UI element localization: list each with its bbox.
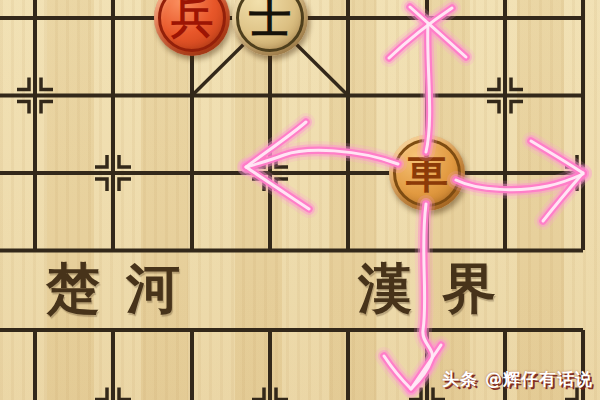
black-advisor-piece[interactable]: 士 (232, 0, 308, 56)
move-arrow-right (456, 141, 583, 221)
red-chariot-piece[interactable]: 車 (389, 135, 465, 211)
piece-glyph: 士 (249, 0, 291, 39)
board-grid (0, 0, 600, 400)
move-arrow-left (246, 122, 398, 209)
xiangqi-board: 楚河 漢界 兵士車 头条 @辉仔有话说 (0, 0, 600, 400)
river-label-left: 楚河 (46, 253, 206, 326)
move-arrow-up (389, 7, 466, 152)
piece-glyph: 兵 (171, 0, 213, 39)
watermark: 头条 @辉仔有话说 (442, 368, 593, 391)
piece-glyph: 車 (406, 152, 448, 194)
red-soldier-piece[interactable]: 兵 (154, 0, 230, 56)
move-arrows (0, 0, 600, 400)
river-label-right: 漢界 (358, 253, 526, 326)
